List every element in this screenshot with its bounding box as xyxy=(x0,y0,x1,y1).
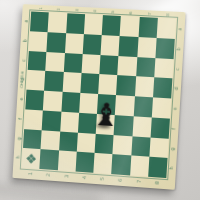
square-e8[interactable] xyxy=(152,97,172,118)
square-h7[interactable] xyxy=(130,156,149,177)
square-h6[interactable] xyxy=(111,154,130,175)
square-a3[interactable] xyxy=(66,13,85,34)
square-b7[interactable] xyxy=(137,37,157,58)
four-crowns-emblem: ❖ xyxy=(25,151,37,167)
square-g1[interactable] xyxy=(23,129,42,150)
square-a1[interactable] xyxy=(30,11,49,31)
square-g7[interactable] xyxy=(131,136,151,157)
black-bishop[interactable]: ♝ xyxy=(91,99,120,132)
square-h2[interactable] xyxy=(40,149,59,170)
square-c2[interactable] xyxy=(45,52,64,73)
square-b5[interactable] xyxy=(101,35,120,56)
square-f7[interactable] xyxy=(132,116,152,137)
square-d6[interactable] xyxy=(116,75,135,96)
square-f3[interactable] xyxy=(60,111,79,132)
square-h8[interactable] xyxy=(148,157,168,178)
square-f8[interactable] xyxy=(150,117,170,138)
square-g4[interactable] xyxy=(77,132,96,153)
square-a8[interactable] xyxy=(156,18,176,39)
square-c1[interactable] xyxy=(28,51,47,72)
square-b4[interactable] xyxy=(82,34,101,55)
square-d7[interactable] xyxy=(134,76,154,97)
square-h4[interactable] xyxy=(75,152,94,173)
square-b8[interactable] xyxy=(155,38,175,59)
square-d3[interactable] xyxy=(62,72,81,93)
square-b1[interactable] xyxy=(29,31,48,52)
square-c6[interactable] xyxy=(117,56,136,77)
square-e2[interactable] xyxy=(43,91,62,112)
square-g2[interactable] xyxy=(41,130,60,151)
square-a5[interactable] xyxy=(102,15,121,36)
square-a2[interactable] xyxy=(48,12,67,33)
square-d4[interactable] xyxy=(80,73,99,94)
square-a6[interactable] xyxy=(120,16,139,37)
square-b3[interactable] xyxy=(65,33,84,54)
square-c7[interactable] xyxy=(136,57,156,78)
square-d1[interactable] xyxy=(27,70,46,91)
square-d5[interactable] xyxy=(98,74,117,95)
square-a7[interactable] xyxy=(138,17,158,38)
square-h3[interactable] xyxy=(57,151,76,172)
square-h5[interactable] xyxy=(93,153,112,174)
square-f2[interactable] xyxy=(42,110,61,131)
chess-board[interactable]: 12345678 12345678 abcdefgh abcdefgh CHES… xyxy=(12,4,185,190)
photo-background: 12345678 12345678 abcdefgh abcdefgh CHES… xyxy=(0,0,200,200)
square-g8[interactable] xyxy=(149,137,169,158)
square-g6[interactable] xyxy=(113,135,132,156)
square-g3[interactable] xyxy=(59,131,78,152)
square-g5[interactable] xyxy=(95,133,114,154)
square-e3[interactable] xyxy=(61,92,80,113)
board-grid[interactable] xyxy=(22,11,176,178)
square-c5[interactable] xyxy=(99,55,118,76)
square-e7[interactable] xyxy=(133,96,153,117)
square-b2[interactable] xyxy=(47,32,66,53)
square-a4[interactable] xyxy=(84,14,103,35)
square-d2[interactable] xyxy=(44,71,63,92)
square-f1[interactable] xyxy=(24,109,43,130)
square-b6[interactable] xyxy=(119,36,138,57)
square-c4[interactable] xyxy=(81,54,100,75)
square-c3[interactable] xyxy=(63,53,82,74)
square-c8[interactable] xyxy=(154,58,174,79)
square-e1[interactable] xyxy=(25,90,44,111)
square-d8[interactable] xyxy=(153,77,173,98)
